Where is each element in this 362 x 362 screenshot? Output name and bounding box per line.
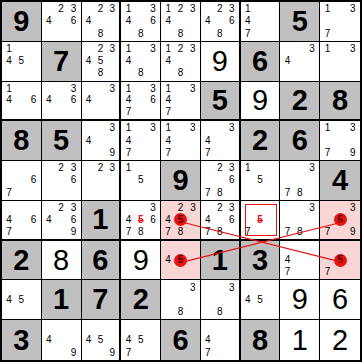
cell-r2c7[interactable]: 6	[241, 42, 281, 82]
empty-candidate-slot	[94, 106, 106, 118]
empty-candidate-slot	[174, 242, 187, 254]
empty-candidate-slot	[94, 94, 106, 106]
candidate-digit: 1	[122, 3, 134, 15]
empty-candidate-slot	[55, 334, 67, 347]
empty-candidate-slot	[226, 294, 238, 306]
empty-candidate-slot	[214, 15, 226, 27]
candidate-grid: 12348	[162, 43, 199, 80]
empty-candidate-slot	[28, 55, 40, 67]
empty-candidate-slot	[214, 321, 226, 334]
candidate-digit: 8	[214, 226, 226, 238]
cell-r5c2[interactable]: 236	[42, 161, 82, 201]
candidate-digit: 7	[202, 226, 214, 238]
empty-candidate-slot	[83, 122, 95, 134]
candidate-digit: 8	[174, 306, 186, 318]
solved-digit: 9	[241, 82, 280, 120]
candidate-digit: 6	[28, 174, 40, 186]
cell-r1c2[interactable]: 2346	[42, 2, 82, 42]
empty-candidate-slot	[83, 3, 95, 15]
candidate-digit: 6	[147, 214, 159, 226]
candidate-digit: 7	[122, 226, 134, 238]
empty-candidate-slot	[346, 135, 359, 147]
empty-candidate-slot	[266, 214, 278, 226]
cell-r4c2[interactable]: 5	[42, 121, 82, 161]
candidate-digit: 3	[67, 3, 79, 15]
empty-candidate-slot	[43, 202, 55, 214]
empty-candidate-slot	[294, 67, 306, 79]
empty-candidate-slot	[28, 83, 40, 95]
candidate-digit: 9	[106, 147, 118, 159]
cell-r2c2[interactable]: 7	[42, 42, 82, 82]
empty-candidate-slot	[334, 267, 347, 279]
empty-candidate-slot	[334, 43, 347, 55]
empty-candidate-slot	[294, 174, 306, 186]
cell-r8c4[interactable]: 2	[121, 280, 161, 320]
candidate-digit: 2	[214, 162, 226, 174]
empty-candidate-slot	[94, 174, 106, 186]
empty-candidate-slot	[43, 106, 55, 118]
candidate-digit: 6	[147, 15, 159, 27]
empty-candidate-slot	[94, 321, 106, 334]
empty-candidate-slot	[28, 187, 40, 199]
candidate-digit: 7	[281, 226, 293, 238]
empty-candidate-slot	[106, 135, 118, 147]
cell-r2c9[interactable]: 13	[320, 42, 360, 82]
candidate-digit: 7	[321, 28, 334, 40]
cell-r3c5[interactable]: 1347	[161, 82, 201, 122]
empty-candidate-slot	[306, 254, 318, 266]
empty-candidate-slot	[15, 162, 27, 174]
empty-candidate-slot	[202, 281, 214, 293]
empty-candidate-slot	[174, 122, 186, 134]
cell-r7c3[interactable]: 6	[82, 241, 122, 281]
cell-r1c3[interactable]: 2348	[82, 2, 122, 42]
candidate-digit: 4	[43, 94, 55, 106]
cell-r9c9[interactable]: 2	[320, 320, 360, 360]
empty-candidate-slot	[83, 162, 95, 174]
candidate-digit: 1	[122, 43, 134, 55]
empty-candidate-slot	[83, 174, 95, 186]
candidate-digit: 3	[306, 202, 318, 214]
candidate-digit: 8	[214, 187, 226, 199]
candidate-digit: 8	[174, 28, 186, 40]
empty-candidate-slot	[266, 226, 278, 238]
empty-candidate-slot	[15, 106, 27, 118]
empty-candidate-slot	[266, 187, 278, 199]
empty-candidate-slot	[83, 28, 95, 40]
candidate-digit: 6	[67, 94, 79, 106]
cell-r2c4[interactable]: 1348	[121, 42, 161, 82]
empty-candidate-slot	[254, 3, 266, 15]
empty-candidate-slot	[83, 83, 95, 95]
candidate-digit: 3	[187, 281, 199, 293]
candidate-digit: 6	[147, 94, 159, 106]
given-digit: 6	[280, 121, 319, 160]
candidate-digit: 4	[202, 135, 214, 147]
candidate-digit: 9	[347, 226, 359, 237]
empty-candidate-slot	[321, 55, 334, 67]
candidate-grid: 23469	[43, 202, 80, 238]
empty-candidate-slot	[55, 28, 67, 40]
cell-r3c6[interactable]: 5	[201, 82, 241, 122]
empty-candidate-slot	[187, 147, 199, 159]
empty-candidate-slot	[135, 94, 147, 106]
candidate-grid: 3579	[321, 202, 359, 238]
cell-r6c6[interactable]: 234678	[201, 201, 241, 241]
cell-r6c8[interactable]: 378	[280, 201, 320, 241]
candidate-digit: 8	[135, 67, 147, 79]
empty-candidate-slot	[28, 106, 40, 118]
candidate-grid: 12348	[162, 3, 199, 40]
candidate-digit: 5	[334, 213, 347, 226]
candidate-grid: 2346	[43, 3, 80, 40]
cell-r4c5[interactable]: 1347	[161, 121, 201, 161]
candidate-digit: 4	[202, 15, 214, 27]
empty-candidate-slot	[147, 346, 159, 359]
cell-r2c8[interactable]: 34	[280, 42, 320, 82]
cell-r5c3[interactable]: 23	[82, 161, 122, 201]
empty-candidate-slot	[106, 187, 118, 199]
candidate-digit: 4	[202, 214, 214, 226]
empty-candidate-slot	[266, 28, 278, 40]
empty-candidate-slot	[43, 226, 55, 238]
empty-candidate-slot	[67, 106, 79, 118]
empty-candidate-slot	[334, 15, 347, 27]
candidate-digit: 6	[226, 214, 238, 226]
circled-candidate: 5	[334, 213, 347, 226]
cell-r3c9[interactable]: 8	[320, 82, 360, 122]
cell-r5c6[interactable]: 23678	[201, 161, 241, 201]
empty-candidate-slot	[202, 306, 214, 318]
solved-digit: 9	[201, 42, 239, 81]
candidate-grid: 234578	[162, 202, 199, 238]
empty-candidate-slot	[187, 28, 199, 40]
cell-r6c9[interactable]: 3579	[320, 201, 360, 241]
empty-candidate-slot	[294, 162, 306, 174]
cell-r8c1[interactable]: 45	[2, 280, 42, 320]
candidate-digit: 5	[174, 254, 187, 267]
cell-r1c1[interactable]: 9	[2, 2, 42, 42]
candidate-digit: 3	[226, 122, 238, 134]
cell-r1c6[interactable]: 23468	[201, 2, 241, 42]
candidate-digit: 5	[135, 334, 147, 347]
cell-r5c1[interactable]: 67	[2, 161, 42, 201]
cell-r9c1[interactable]: 3	[2, 320, 42, 360]
candidate-grid: 146	[3, 83, 40, 119]
given-digit: 1	[201, 241, 239, 280]
empty-candidate-slot	[135, 147, 147, 159]
empty-candidate-slot	[347, 267, 359, 279]
empty-candidate-slot	[347, 213, 359, 226]
candidate-grid: 347	[202, 122, 238, 159]
empty-candidate-slot	[106, 106, 118, 118]
empty-candidate-slot	[294, 266, 306, 278]
cell-r5c8[interactable]: 378	[280, 161, 320, 201]
empty-candidate-slot	[15, 43, 27, 55]
cell-r9c5[interactable]: 6	[161, 320, 201, 360]
given-digit: 6	[82, 241, 120, 280]
candidate-grid: 45	[162, 242, 199, 279]
empty-candidate-slot	[266, 174, 278, 186]
empty-candidate-slot	[334, 3, 347, 15]
cell-r6c7[interactable]: 57	[241, 201, 281, 241]
cell-r6c5[interactable]: 234578	[161, 201, 201, 241]
empty-candidate-slot	[135, 346, 147, 359]
candidate-digit: 4	[3, 55, 15, 67]
cell-r4c9[interactable]: 1379	[320, 121, 360, 161]
empty-candidate-slot	[83, 106, 95, 118]
empty-candidate-slot	[83, 187, 95, 199]
empty-candidate-slot	[306, 266, 318, 278]
candidate-digit: 2	[94, 43, 106, 55]
cell-r2c5[interactable]: 12348	[161, 42, 201, 82]
cell-r7c4[interactable]: 9	[121, 241, 161, 281]
candidate-digit: 4	[242, 294, 254, 306]
candidate-digit: 7	[202, 346, 214, 359]
cell-r4c3[interactable]: 349	[82, 121, 122, 161]
cell-r6c2[interactable]: 23469	[42, 201, 82, 241]
cell-r8c5[interactable]: 38	[161, 280, 201, 320]
cell-r3c2[interactable]: 346	[42, 82, 82, 122]
empty-candidate-slot	[306, 242, 318, 254]
candidate-digit: 4	[43, 334, 55, 347]
candidate-digit: 8	[294, 226, 306, 238]
cell-r1c8[interactable]: 5	[280, 2, 320, 42]
candidate-digit: 3	[347, 202, 359, 213]
cell-r5c4[interactable]: 15	[121, 161, 161, 201]
cell-r4c1[interactable]: 8	[2, 121, 42, 161]
cell-r1c9[interactable]: 137	[320, 2, 360, 42]
candidate-grid: 67	[3, 162, 40, 199]
empty-candidate-slot	[214, 294, 226, 306]
cell-r3c7[interactable]: 9	[241, 82, 281, 122]
cell-r9c8[interactable]: 1	[280, 320, 320, 360]
candidate-digit: 4	[122, 55, 134, 67]
empty-candidate-slot	[106, 55, 118, 67]
given-digit: 6	[161, 320, 200, 360]
empty-candidate-slot	[55, 106, 67, 118]
candidate-digit: 3	[226, 281, 238, 293]
candidate-digit: 1	[122, 83, 134, 95]
cell-r2c6[interactable]: 9	[201, 42, 241, 82]
candidate-digit: 3	[147, 122, 159, 134]
candidate-grid: 236	[43, 162, 80, 199]
cell-r4c7[interactable]: 2	[241, 121, 281, 161]
empty-candidate-slot	[321, 202, 333, 213]
candidate-digit: 4	[83, 55, 95, 67]
cell-r7c6[interactable]: 1	[201, 241, 241, 281]
cell-r6c1[interactable]: 467	[2, 201, 42, 241]
empty-candidate-slot	[187, 106, 199, 118]
candidate-grid: 57	[242, 202, 279, 238]
empty-candidate-slot	[55, 94, 67, 106]
empty-candidate-slot	[147, 67, 159, 79]
empty-candidate-slot	[214, 174, 226, 186]
candidate-digit: 4	[162, 15, 174, 27]
cell-r7c8[interactable]: 47	[280, 241, 320, 281]
empty-candidate-slot	[147, 162, 159, 174]
candidate-digit: 3	[187, 43, 199, 55]
empty-candidate-slot	[321, 254, 333, 267]
empty-candidate-slot	[55, 321, 67, 334]
candidate-digit: 2	[174, 43, 186, 55]
candidate-digit: 3	[147, 3, 159, 15]
empty-candidate-slot	[55, 83, 67, 95]
cell-r2c3[interactable]: 23458	[82, 42, 122, 82]
candidate-grid: 47	[202, 321, 238, 359]
empty-candidate-slot	[3, 67, 15, 79]
empty-candidate-slot	[226, 135, 238, 147]
cell-r5c9[interactable]: 4	[320, 161, 360, 201]
solved-digit: 8	[42, 241, 81, 280]
empty-candidate-slot	[122, 187, 134, 199]
cell-r9c6[interactable]: 47	[201, 320, 241, 360]
empty-candidate-slot	[135, 43, 147, 55]
candidate-digit: 2	[55, 162, 67, 174]
candidate-grid: 13467	[122, 83, 159, 119]
empty-candidate-slot	[242, 174, 254, 186]
candidate-digit: 4	[281, 55, 293, 67]
empty-candidate-slot	[83, 43, 95, 55]
empty-candidate-slot	[135, 3, 147, 15]
candidate-digit: 2	[94, 3, 106, 15]
given-digit: 8	[320, 82, 360, 120]
empty-candidate-slot	[106, 67, 118, 79]
empty-candidate-slot	[254, 202, 266, 214]
empty-candidate-slot	[281, 67, 293, 79]
candidate-digit: 3	[187, 122, 199, 134]
candidate-digit: 8	[214, 306, 226, 318]
cell-r8c8[interactable]: 9	[280, 280, 320, 320]
cell-r6c3[interactable]: 1	[82, 201, 122, 241]
cell-r9c7[interactable]: 8	[241, 320, 281, 360]
empty-candidate-slot	[15, 174, 27, 186]
cell-r3c4[interactable]: 13467	[121, 82, 161, 122]
candidate-digit: 7	[122, 346, 134, 359]
cell-r7c5[interactable]: 45	[161, 241, 201, 281]
cell-r8c9[interactable]: 6	[320, 280, 360, 320]
cell-r3c8[interactable]: 2	[280, 82, 320, 122]
empty-candidate-slot	[106, 334, 118, 347]
cell-r9c3[interactable]: 459	[82, 320, 122, 360]
candidate-digit: 3	[226, 202, 238, 214]
empty-candidate-slot	[83, 147, 95, 159]
cell-r9c2[interactable]: 49	[42, 320, 82, 360]
candidate-digit: 4	[162, 94, 174, 106]
empty-candidate-slot	[254, 15, 266, 27]
candidate-digit: 4	[3, 94, 15, 106]
empty-candidate-slot	[187, 226, 199, 237]
cell-r7c9[interactable]: 57	[320, 241, 360, 281]
cell-r1c5[interactable]: 12348	[161, 2, 201, 42]
cell-r6c4[interactable]: 345678	[121, 201, 161, 241]
empty-candidate-slot	[135, 83, 147, 95]
cell-r7c1[interactable]: 2	[2, 241, 42, 281]
empty-candidate-slot	[162, 28, 174, 40]
candidate-grid: 13468	[122, 3, 159, 40]
cell-r4c8[interactable]: 6	[280, 121, 320, 161]
cell-r8c3[interactable]: 7	[82, 280, 122, 320]
candidate-digit: 4	[83, 94, 95, 106]
cell-r2c1[interactable]: 145	[2, 42, 42, 82]
solved-digit: 1	[280, 320, 319, 360]
empty-candidate-slot	[187, 267, 199, 279]
empty-candidate-slot	[106, 321, 118, 334]
empty-candidate-slot	[3, 281, 15, 293]
candidate-digit: 7	[281, 266, 293, 278]
empty-candidate-slot	[347, 254, 359, 267]
empty-candidate-slot	[174, 135, 186, 147]
candidate-grid: 23678	[202, 162, 238, 199]
cell-r7c7[interactable]: 3	[241, 241, 281, 281]
empty-candidate-slot	[147, 187, 159, 199]
cell-r9c4[interactable]: 457	[121, 320, 161, 360]
candidate-grid: 47	[281, 242, 318, 279]
empty-candidate-slot	[174, 106, 186, 118]
candidate-digit: 2	[94, 162, 106, 174]
empty-candidate-slot	[226, 306, 238, 318]
empty-candidate-slot	[266, 162, 278, 174]
empty-candidate-slot	[135, 321, 147, 334]
empty-candidate-slot	[294, 43, 306, 55]
candidate-digit: 6	[67, 15, 79, 27]
candidate-digit: 1	[321, 43, 334, 55]
candidate-grid: 345678	[122, 202, 159, 238]
candidate-digit: 9	[346, 147, 359, 159]
empty-candidate-slot	[334, 135, 347, 147]
candidate-grid: 349	[83, 122, 119, 159]
empty-candidate-slot	[254, 306, 266, 318]
cell-r1c7[interactable]: 147	[241, 2, 281, 42]
candidate-grid: 2348	[83, 3, 119, 40]
empty-candidate-slot	[214, 334, 226, 347]
empty-candidate-slot	[3, 202, 15, 214]
candidate-digit: 4	[242, 15, 254, 27]
cell-r8c7[interactable]: 45	[241, 280, 281, 320]
empty-candidate-slot	[306, 226, 318, 238]
cell-r8c6[interactable]: 38	[201, 280, 241, 320]
empty-candidate-slot	[122, 321, 134, 334]
empty-candidate-slot	[202, 202, 214, 214]
cell-r7c2[interactable]: 8	[42, 241, 82, 281]
cell-r5c7[interactable]: 15	[241, 161, 281, 201]
empty-candidate-slot	[294, 242, 306, 254]
candidate-digit: 8	[294, 187, 306, 199]
empty-candidate-slot	[334, 28, 347, 40]
empty-candidate-slot	[306, 214, 318, 226]
candidate-digit: 2	[214, 3, 226, 15]
cell-r3c3[interactable]: 34	[82, 82, 122, 122]
candidate-digit: 4	[83, 135, 95, 147]
candidate-digit: 6	[226, 174, 238, 186]
candidate-digit: 5	[334, 254, 347, 267]
candidate-digit: 4	[162, 254, 174, 267]
empty-candidate-slot	[321, 135, 334, 147]
candidate-digit: 4	[162, 135, 174, 147]
cell-r4c4[interactable]: 1347	[121, 121, 161, 161]
cell-r3c1[interactable]: 146	[2, 82, 42, 122]
cell-r4c6[interactable]: 347	[201, 121, 241, 161]
candidate-digit: 3	[346, 43, 359, 55]
candidate-digit: 2	[55, 202, 67, 214]
cell-r1c4[interactable]: 13468	[121, 2, 161, 42]
cell-r5c5[interactable]: 9	[161, 161, 201, 201]
cell-r8c2[interactable]: 1	[42, 280, 82, 320]
solved-digit: 2	[320, 320, 360, 360]
empty-candidate-slot	[147, 321, 159, 334]
candidate-digit: 3	[67, 162, 79, 174]
given-digit: 1	[42, 280, 81, 319]
